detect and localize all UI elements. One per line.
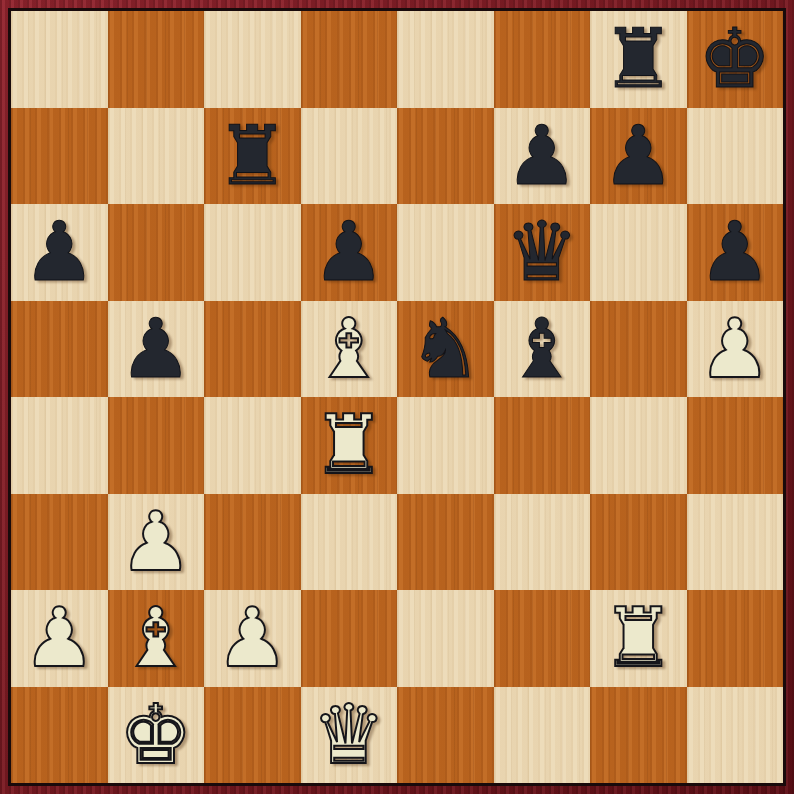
black-rook-c7[interactable]: ♜ <box>215 108 289 204</box>
square-d4[interactable]: ♜ <box>301 397 398 494</box>
black-rook-g8[interactable]: ♜ <box>601 11 675 107</box>
square-b3[interactable]: ♟ <box>108 494 205 591</box>
square-e8[interactable] <box>397 11 494 108</box>
square-g6[interactable] <box>590 204 687 301</box>
square-e5[interactable]: ♞ <box>397 301 494 398</box>
black-king-h8[interactable]: ♚ <box>698 11 772 107</box>
black-pawn-d6[interactable]: ♟ <box>312 204 386 300</box>
square-d1[interactable]: ♛ <box>301 687 398 784</box>
black-pawn-g7[interactable]: ♟ <box>601 108 675 204</box>
square-c2[interactable]: ♟ <box>204 590 301 687</box>
square-a3[interactable] <box>11 494 108 591</box>
square-d7[interactable] <box>301 108 398 205</box>
square-g3[interactable] <box>590 494 687 591</box>
square-h1[interactable] <box>687 687 784 784</box>
square-g2[interactable]: ♜ <box>590 590 687 687</box>
chess-board: ♜♚♜♟♟♟♟♛♟♟♝♞♝♟♜♟♟♝♟♜♚♛ <box>11 11 783 783</box>
square-b6[interactable] <box>108 204 205 301</box>
square-a8[interactable] <box>11 11 108 108</box>
white-king-b1[interactable]: ♚ <box>119 687 193 783</box>
white-queen-d1[interactable]: ♛ <box>312 687 386 783</box>
square-h8[interactable]: ♚ <box>687 11 784 108</box>
square-h4[interactable] <box>687 397 784 494</box>
white-bishop-b2[interactable]: ♝ <box>119 590 193 686</box>
square-a4[interactable] <box>11 397 108 494</box>
white-pawn-h5[interactable]: ♟ <box>698 301 772 397</box>
square-h6[interactable]: ♟ <box>687 204 784 301</box>
square-g4[interactable] <box>590 397 687 494</box>
square-b7[interactable] <box>108 108 205 205</box>
square-a6[interactable]: ♟ <box>11 204 108 301</box>
square-e2[interactable] <box>397 590 494 687</box>
square-c5[interactable] <box>204 301 301 398</box>
white-bishop-d5[interactable]: ♝ <box>312 301 386 397</box>
square-a5[interactable] <box>11 301 108 398</box>
square-c6[interactable] <box>204 204 301 301</box>
black-pawn-b5[interactable]: ♟ <box>119 301 193 397</box>
square-f8[interactable] <box>494 11 591 108</box>
square-e7[interactable] <box>397 108 494 205</box>
square-d8[interactable] <box>301 11 398 108</box>
square-b1[interactable]: ♚ <box>108 687 205 784</box>
square-b2[interactable]: ♝ <box>108 590 205 687</box>
square-d3[interactable] <box>301 494 398 591</box>
square-c7[interactable]: ♜ <box>204 108 301 205</box>
square-e4[interactable] <box>397 397 494 494</box>
square-f4[interactable] <box>494 397 591 494</box>
black-pawn-a6[interactable]: ♟ <box>22 204 96 300</box>
square-f6[interactable]: ♛ <box>494 204 591 301</box>
square-h3[interactable] <box>687 494 784 591</box>
board-frame: ♜♚♜♟♟♟♟♛♟♟♝♞♝♟♜♟♟♝♟♜♚♛ <box>0 0 794 794</box>
black-queen-f6[interactable]: ♛ <box>505 204 579 300</box>
square-c3[interactable] <box>204 494 301 591</box>
square-f3[interactable] <box>494 494 591 591</box>
square-g8[interactable]: ♜ <box>590 11 687 108</box>
square-e6[interactable] <box>397 204 494 301</box>
square-d5[interactable]: ♝ <box>301 301 398 398</box>
white-pawn-b3[interactable]: ♟ <box>119 494 193 590</box>
square-b8[interactable] <box>108 11 205 108</box>
square-b4[interactable] <box>108 397 205 494</box>
square-c1[interactable] <box>204 687 301 784</box>
square-g7[interactable]: ♟ <box>590 108 687 205</box>
square-g1[interactable] <box>590 687 687 784</box>
white-rook-g2[interactable]: ♜ <box>601 590 675 686</box>
square-d6[interactable]: ♟ <box>301 204 398 301</box>
board-inner-line: ♜♚♜♟♟♟♟♛♟♟♝♞♝♟♜♟♟♝♟♜♚♛ <box>8 8 786 786</box>
square-a1[interactable] <box>11 687 108 784</box>
square-f1[interactable] <box>494 687 591 784</box>
square-e3[interactable] <box>397 494 494 591</box>
square-h2[interactable] <box>687 590 784 687</box>
square-g5[interactable] <box>590 301 687 398</box>
black-pawn-h6[interactable]: ♟ <box>698 204 772 300</box>
square-a2[interactable]: ♟ <box>11 590 108 687</box>
black-knight-e5[interactable]: ♞ <box>408 301 482 397</box>
square-h7[interactable] <box>687 108 784 205</box>
white-pawn-a2[interactable]: ♟ <box>22 590 96 686</box>
square-e1[interactable] <box>397 687 494 784</box>
white-pawn-c2[interactable]: ♟ <box>215 590 289 686</box>
square-f5[interactable]: ♝ <box>494 301 591 398</box>
black-pawn-f7[interactable]: ♟ <box>505 108 579 204</box>
white-rook-d4[interactable]: ♜ <box>312 397 386 493</box>
black-bishop-f5[interactable]: ♝ <box>505 301 579 397</box>
square-d2[interactable] <box>301 590 398 687</box>
square-f7[interactable]: ♟ <box>494 108 591 205</box>
square-c8[interactable] <box>204 11 301 108</box>
square-a7[interactable] <box>11 108 108 205</box>
square-h5[interactable]: ♟ <box>687 301 784 398</box>
square-c4[interactable] <box>204 397 301 494</box>
square-b5[interactable]: ♟ <box>108 301 205 398</box>
square-f2[interactable] <box>494 590 591 687</box>
